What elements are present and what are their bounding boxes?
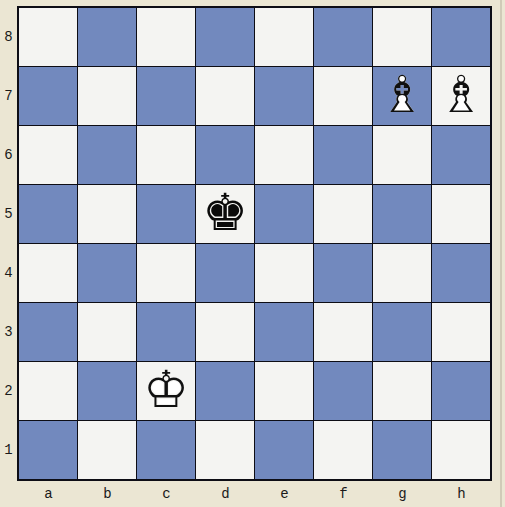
square-b2[interactable] bbox=[78, 362, 136, 420]
square-c3[interactable] bbox=[137, 303, 195, 361]
file-label-a: a bbox=[19, 483, 78, 505]
square-e4[interactable] bbox=[255, 244, 313, 302]
square-d1[interactable] bbox=[196, 421, 254, 479]
rank-label-6: 6 bbox=[0, 126, 17, 185]
square-e3[interactable] bbox=[255, 303, 313, 361]
square-b4[interactable] bbox=[78, 244, 136, 302]
square-c7[interactable] bbox=[137, 67, 195, 125]
square-c5[interactable] bbox=[137, 185, 195, 243]
square-d7[interactable] bbox=[196, 67, 254, 125]
square-a1[interactable] bbox=[19, 421, 77, 479]
square-f7[interactable] bbox=[314, 67, 372, 125]
square-d5[interactable]: ♚ bbox=[196, 185, 254, 243]
square-a8[interactable] bbox=[19, 8, 77, 66]
file-label-c: c bbox=[137, 483, 196, 505]
square-b8[interactable] bbox=[78, 8, 136, 66]
square-e1[interactable] bbox=[255, 421, 313, 479]
square-c4[interactable] bbox=[137, 244, 195, 302]
king-fill-glyph: ♚ bbox=[137, 364, 195, 415]
white-king-c2[interactable]: ♚♔ bbox=[137, 362, 195, 420]
square-h3[interactable] bbox=[432, 303, 490, 361]
square-a4[interactable] bbox=[19, 244, 77, 302]
square-b3[interactable] bbox=[78, 303, 136, 361]
square-e8[interactable] bbox=[255, 8, 313, 66]
chess-board: ♝♗♝♗♚♚♔ bbox=[17, 6, 492, 481]
square-b7[interactable] bbox=[78, 67, 136, 125]
square-g5[interactable] bbox=[373, 185, 431, 243]
square-h8[interactable] bbox=[432, 8, 490, 66]
square-b1[interactable] bbox=[78, 421, 136, 479]
square-f2[interactable] bbox=[314, 362, 372, 420]
square-d8[interactable] bbox=[196, 8, 254, 66]
file-label-d: d bbox=[196, 483, 255, 505]
file-label-f: f bbox=[314, 483, 373, 505]
square-h4[interactable] bbox=[432, 244, 490, 302]
square-g2[interactable] bbox=[373, 362, 431, 420]
bishop-fill-glyph: ♝ bbox=[373, 69, 431, 120]
square-f5[interactable] bbox=[314, 185, 372, 243]
square-c2[interactable]: ♚♔ bbox=[137, 362, 195, 420]
square-d3[interactable] bbox=[196, 303, 254, 361]
square-e6[interactable] bbox=[255, 126, 313, 184]
square-d2[interactable] bbox=[196, 362, 254, 420]
square-h1[interactable] bbox=[432, 421, 490, 479]
king-glyph: ♚ bbox=[196, 187, 254, 238]
white-bishop-g7[interactable]: ♝♗ bbox=[373, 67, 431, 125]
chess-diagram-page: 87654321 ♝♗♝♗♚♚♔ abcdefgh bbox=[0, 0, 505, 507]
rank-label-3: 3 bbox=[0, 303, 17, 362]
square-f6[interactable] bbox=[314, 126, 372, 184]
square-f1[interactable] bbox=[314, 421, 372, 479]
file-label-e: e bbox=[255, 483, 314, 505]
square-h5[interactable] bbox=[432, 185, 490, 243]
square-g8[interactable] bbox=[373, 8, 431, 66]
rank-label-5: 5 bbox=[0, 185, 17, 244]
king-outline-glyph: ♔ bbox=[137, 364, 195, 415]
bishop-outline-glyph: ♗ bbox=[432, 69, 490, 120]
black-king-d5[interactable]: ♚ bbox=[196, 185, 254, 243]
square-g3[interactable] bbox=[373, 303, 431, 361]
rank-label-8: 8 bbox=[0, 8, 17, 67]
square-e7[interactable] bbox=[255, 67, 313, 125]
square-f3[interactable] bbox=[314, 303, 372, 361]
square-h2[interactable] bbox=[432, 362, 490, 420]
square-g1[interactable] bbox=[373, 421, 431, 479]
rank-label-1: 1 bbox=[0, 421, 17, 480]
square-e2[interactable] bbox=[255, 362, 313, 420]
square-a7[interactable] bbox=[19, 67, 77, 125]
file-label-b: b bbox=[78, 483, 137, 505]
square-c6[interactable] bbox=[137, 126, 195, 184]
square-h6[interactable] bbox=[432, 126, 490, 184]
rank-label-4: 4 bbox=[0, 244, 17, 303]
square-a6[interactable] bbox=[19, 126, 77, 184]
white-bishop-h7[interactable]: ♝♗ bbox=[432, 67, 490, 125]
bishop-fill-glyph: ♝ bbox=[432, 69, 490, 120]
square-e5[interactable] bbox=[255, 185, 313, 243]
square-b6[interactable] bbox=[78, 126, 136, 184]
square-a2[interactable] bbox=[19, 362, 77, 420]
square-c1[interactable] bbox=[137, 421, 195, 479]
square-c8[interactable] bbox=[137, 8, 195, 66]
square-g7[interactable]: ♝♗ bbox=[373, 67, 431, 125]
square-f8[interactable] bbox=[314, 8, 372, 66]
square-a3[interactable] bbox=[19, 303, 77, 361]
square-f4[interactable] bbox=[314, 244, 372, 302]
square-a5[interactable] bbox=[19, 185, 77, 243]
square-h7[interactable]: ♝♗ bbox=[432, 67, 490, 125]
file-labels: abcdefgh bbox=[19, 483, 491, 505]
file-label-g: g bbox=[373, 483, 432, 505]
bishop-outline-glyph: ♗ bbox=[373, 69, 431, 120]
square-d6[interactable] bbox=[196, 126, 254, 184]
rank-label-2: 2 bbox=[0, 362, 17, 421]
page-edge-shade bbox=[500, 0, 502, 507]
square-d4[interactable] bbox=[196, 244, 254, 302]
rank-labels: 87654321 bbox=[0, 8, 17, 480]
square-g6[interactable] bbox=[373, 126, 431, 184]
square-b5[interactable] bbox=[78, 185, 136, 243]
file-label-h: h bbox=[432, 483, 491, 505]
square-g4[interactable] bbox=[373, 244, 431, 302]
rank-label-7: 7 bbox=[0, 67, 17, 126]
